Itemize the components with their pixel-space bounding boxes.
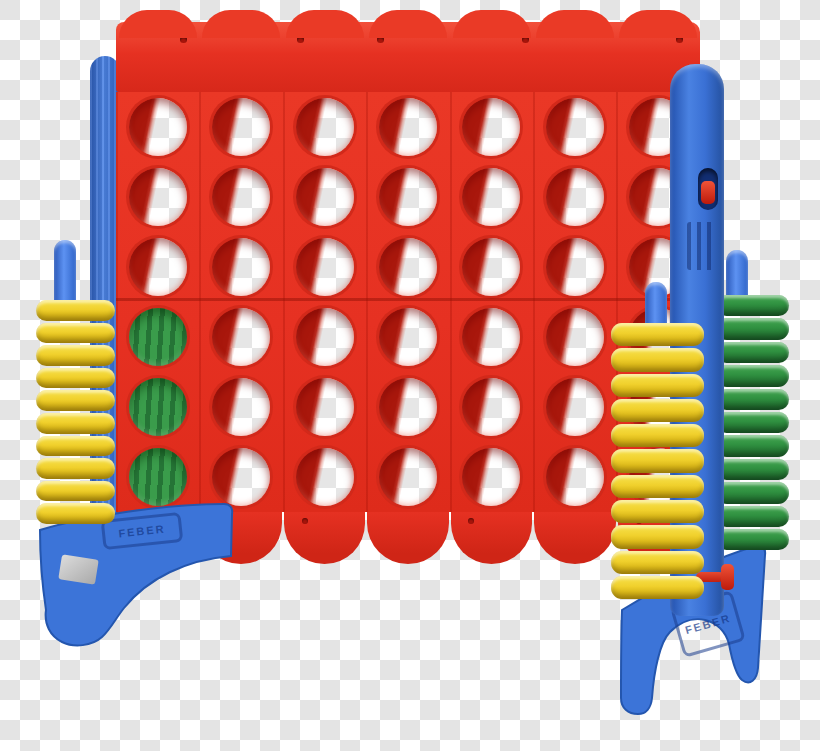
board-cell-c4-r6[interactable] [366, 442, 449, 512]
yellow-disc[interactable] [611, 449, 704, 472]
yellow-disc[interactable] [36, 481, 115, 502]
board-cell-c4-r5[interactable] [366, 372, 449, 442]
yellow-disc[interactable] [611, 323, 704, 346]
yellow-disc[interactable] [611, 551, 704, 574]
empty-hole [546, 308, 604, 366]
connect-four-scene: FEBER FEBER [0, 0, 820, 751]
mold-hole [468, 518, 474, 524]
yellow-disc[interactable] [611, 374, 704, 397]
empty-hole [462, 308, 520, 366]
board-cell-c5-r3[interactable] [450, 232, 533, 302]
board-cell-c1-r4[interactable] [116, 302, 199, 372]
green-disc[interactable] [716, 482, 789, 503]
empty-hole [296, 378, 354, 436]
top-scallop [202, 10, 280, 38]
empty-hole [212, 168, 270, 226]
right-front-disc-stack [611, 323, 704, 601]
board-cell-c5-r6[interactable] [450, 442, 533, 512]
yellow-disc[interactable] [611, 525, 704, 548]
board-cell-c6-r6[interactable] [533, 442, 616, 512]
empty-hole [462, 168, 520, 226]
board-cell-c2-r2[interactable] [199, 162, 282, 232]
empty-hole [129, 98, 187, 156]
yellow-disc[interactable] [611, 348, 704, 371]
empty-hole [546, 378, 604, 436]
board-cell-c6-r1[interactable] [533, 92, 616, 162]
top-scallop [286, 10, 364, 38]
yellow-disc[interactable] [36, 503, 115, 524]
empty-hole [212, 98, 270, 156]
board-top-band [116, 22, 700, 92]
green-disc[interactable] [716, 459, 789, 480]
empty-hole [462, 378, 520, 436]
empty-hole [546, 448, 604, 506]
empty-hole [296, 308, 354, 366]
bottom-scallop [284, 512, 365, 564]
release-lever-head [721, 564, 734, 590]
green-disc[interactable] [716, 295, 789, 316]
board-cell-c6-r2[interactable] [533, 162, 616, 232]
board-cell-c6-r4[interactable] [533, 302, 616, 372]
yellow-disc[interactable] [611, 475, 704, 498]
release-slot [698, 168, 718, 210]
board-middle-seam [116, 298, 700, 301]
release-knob[interactable] [701, 181, 715, 204]
board-cell-c2-r1[interactable] [199, 92, 282, 162]
board-cell-c3-r5[interactable] [283, 372, 366, 442]
empty-hole [296, 448, 354, 506]
empty-hole [546, 168, 604, 226]
board-cell-c1-r3[interactable] [116, 232, 199, 302]
yellow-disc[interactable] [611, 399, 704, 422]
yellow-disc[interactable] [36, 323, 115, 344]
empty-hole [212, 378, 270, 436]
green-disc[interactable] [716, 389, 789, 410]
board-cell-c2-r4[interactable] [199, 302, 282, 372]
mold-hole [302, 518, 308, 524]
board-cell-c5-r5[interactable] [450, 372, 533, 442]
green-disc-in-board [129, 308, 187, 366]
empty-hole [379, 98, 437, 156]
top-scallop [453, 10, 531, 38]
green-disc[interactable] [716, 365, 789, 386]
green-disc-in-board [129, 378, 187, 436]
empty-hole [379, 378, 437, 436]
empty-hole [129, 238, 187, 296]
board-cell-c4-r2[interactable] [366, 162, 449, 232]
empty-hole [462, 448, 520, 506]
empty-hole [546, 98, 604, 156]
green-disc[interactable] [716, 412, 789, 433]
top-scallop [619, 10, 697, 38]
empty-hole [296, 238, 354, 296]
bottom-scallop [367, 512, 448, 564]
yellow-disc[interactable] [611, 424, 704, 447]
board-cell-c2-r5[interactable] [199, 372, 282, 442]
empty-hole [379, 168, 437, 226]
empty-hole [546, 238, 604, 296]
empty-hole [296, 98, 354, 156]
yellow-disc[interactable] [36, 436, 115, 457]
board-cell-c3-r3[interactable] [283, 232, 366, 302]
board-cell-c1-r1[interactable] [116, 92, 199, 162]
board-cell-c5-r2[interactable] [450, 162, 533, 232]
board-cell-c2-r3[interactable] [199, 232, 282, 302]
board-cell-c3-r6[interactable] [283, 442, 366, 512]
green-disc[interactable] [716, 529, 789, 550]
empty-hole [129, 168, 187, 226]
yellow-disc[interactable] [36, 345, 115, 366]
board-cell-c4-r1[interactable] [366, 92, 449, 162]
board-cell-c3-r4[interactable] [283, 302, 366, 372]
empty-hole [212, 238, 270, 296]
green-disc[interactable] [716, 342, 789, 363]
embossed-logo-text: FEBER [118, 523, 166, 540]
yellow-disc[interactable] [36, 368, 115, 389]
yellow-disc[interactable] [611, 576, 704, 599]
bottom-scallop [451, 512, 532, 564]
post-grooves [687, 222, 715, 270]
board-cell-c6-r3[interactable] [533, 232, 616, 302]
yellow-disc[interactable] [36, 458, 115, 479]
left-disc-stack [36, 300, 115, 526]
green-disc[interactable] [716, 318, 789, 339]
board-cell-c3-r2[interactable] [283, 162, 366, 232]
yellow-disc[interactable] [611, 500, 704, 523]
yellow-disc[interactable] [36, 300, 115, 321]
empty-hole [462, 238, 520, 296]
right-rear-disc-stack [716, 295, 789, 552]
empty-hole [296, 168, 354, 226]
top-scallop [536, 10, 614, 38]
board-cell-c1-r5[interactable] [116, 372, 199, 442]
empty-hole [379, 308, 437, 366]
empty-hole [379, 448, 437, 506]
board-cell-c4-r4[interactable] [366, 302, 449, 372]
board-cell-c4-r3[interactable] [366, 232, 449, 302]
empty-hole [462, 98, 520, 156]
board-cell-c3-r1[interactable] [283, 92, 366, 162]
green-disc[interactable] [716, 506, 789, 527]
board-cell-c6-r5[interactable] [533, 372, 616, 442]
top-scallop [119, 10, 197, 38]
yellow-disc[interactable] [36, 413, 115, 434]
empty-hole [379, 238, 437, 296]
board-cell-c5-r1[interactable] [450, 92, 533, 162]
empty-hole [212, 308, 270, 366]
green-disc[interactable] [716, 435, 789, 456]
bottom-scallop [534, 512, 615, 564]
yellow-disc[interactable] [36, 390, 115, 411]
top-scallop [369, 10, 447, 38]
board-cell-c5-r4[interactable] [450, 302, 533, 372]
board-cell-c1-r2[interactable] [116, 162, 199, 232]
